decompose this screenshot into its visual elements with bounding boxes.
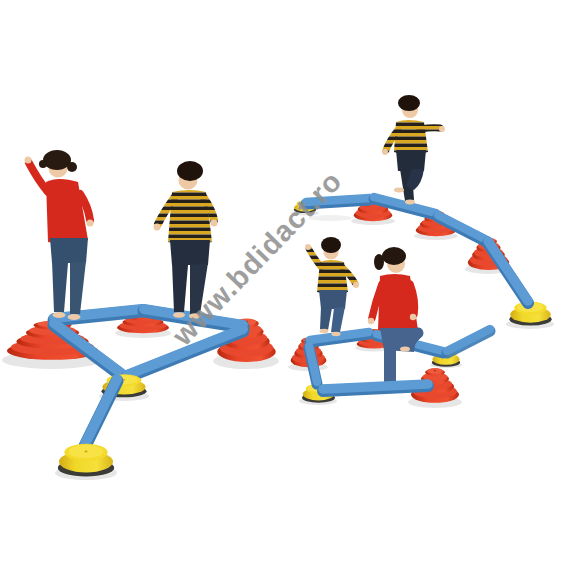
hair [177,161,203,181]
yellow-stepping-stone [58,444,114,477]
balance-course-illustration [0,0,570,570]
child-girl-red-left [25,150,94,320]
hair [321,237,341,253]
child-boy-striped-arch [382,95,445,204]
child-boy-striped-small [305,237,359,336]
hair [43,150,71,170]
hair [382,247,406,265]
child-boy-striped-left [154,161,218,319]
balance-beam [323,384,428,391]
balance-beam [54,309,142,320]
balance-beam [306,198,370,204]
hair [398,95,420,111]
balance-beam [447,329,490,353]
balance-beam [85,379,117,446]
child-girl-red-right [368,247,418,391]
product-photo: www.bdidact.ro [0,0,570,570]
